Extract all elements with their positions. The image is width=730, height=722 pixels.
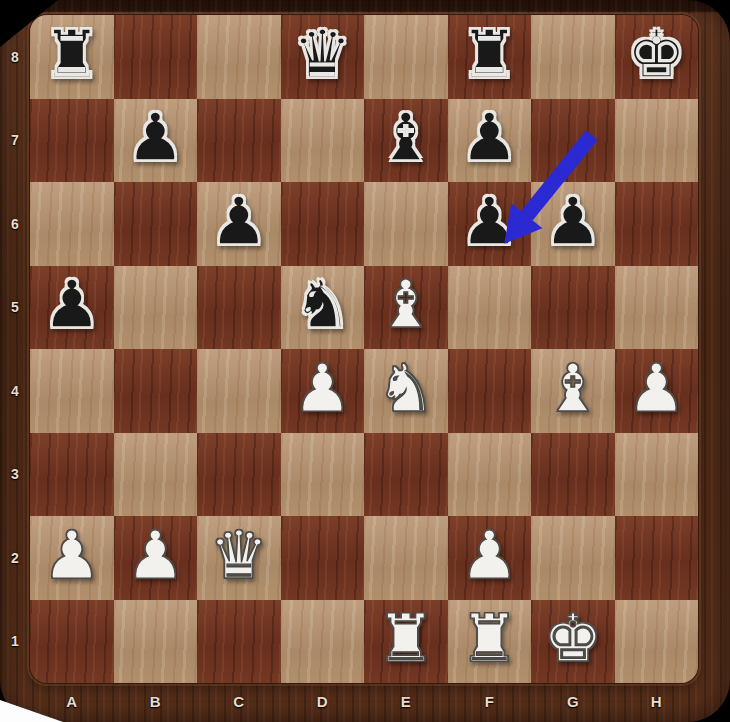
square-h6[interactable]	[615, 182, 699, 266]
square-f6[interactable]: ♟	[448, 182, 532, 266]
square-b7[interactable]: ♟	[114, 99, 198, 183]
square-h5[interactable]	[615, 266, 699, 350]
rank-label-4: 4	[0, 349, 30, 433]
square-h2[interactable]	[615, 516, 699, 600]
square-h7[interactable]	[615, 99, 699, 183]
rank-labels: 87654321	[0, 15, 30, 683]
piece-black-rook-a8[interactable]: ♜	[42, 22, 101, 88]
square-g1[interactable]: ♚	[531, 600, 615, 684]
file-label-d: D	[281, 683, 365, 719]
square-b3[interactable]	[114, 433, 198, 517]
square-a1[interactable]	[30, 600, 114, 684]
piece-white-pawn-f2[interactable]: ♟	[460, 523, 519, 589]
square-g8[interactable]	[531, 15, 615, 99]
square-e8[interactable]	[364, 15, 448, 99]
piece-white-knight-e4[interactable]: ♞	[376, 356, 435, 422]
square-g4[interactable]: ♝	[531, 349, 615, 433]
rank-label-1: 1	[0, 600, 30, 684]
file-label-a: A	[30, 683, 114, 719]
square-c7[interactable]	[197, 99, 281, 183]
square-g5[interactable]	[531, 266, 615, 350]
square-f4[interactable]	[448, 349, 532, 433]
square-e3[interactable]	[364, 433, 448, 517]
square-a3[interactable]	[30, 433, 114, 517]
rank-label-7: 7	[0, 99, 30, 183]
piece-white-rook-e1[interactable]: ♜	[376, 606, 435, 672]
square-h1[interactable]	[615, 600, 699, 684]
square-g6[interactable]: ♟	[531, 182, 615, 266]
piece-black-queen-d8[interactable]: ♛	[293, 22, 352, 88]
piece-black-pawn-f6[interactable]: ♟	[460, 189, 519, 255]
square-b2[interactable]: ♟	[114, 516, 198, 600]
piece-black-bishop-e7[interactable]: ♝	[376, 105, 435, 171]
piece-white-pawn-h4[interactable]: ♟	[627, 356, 686, 422]
file-label-e: E	[364, 683, 448, 719]
square-d1[interactable]	[281, 600, 365, 684]
piece-white-pawn-b2[interactable]: ♟	[126, 523, 185, 589]
square-d4[interactable]: ♟	[281, 349, 365, 433]
square-b1[interactable]	[114, 600, 198, 684]
piece-black-pawn-b7[interactable]: ♟	[126, 105, 185, 171]
file-label-c: C	[197, 683, 281, 719]
square-f1[interactable]: ♜	[448, 600, 532, 684]
rank-label-2: 2	[0, 516, 30, 600]
square-b5[interactable]	[114, 266, 198, 350]
file-label-b: B	[114, 683, 198, 719]
file-label-f: F	[448, 683, 532, 719]
square-b8[interactable]	[114, 15, 198, 99]
piece-white-king-g1[interactable]: ♚	[543, 606, 602, 672]
square-c6[interactable]: ♟	[197, 182, 281, 266]
square-h3[interactable]	[615, 433, 699, 517]
square-d3[interactable]	[281, 433, 365, 517]
square-a6[interactable]	[30, 182, 114, 266]
square-h4[interactable]: ♟	[615, 349, 699, 433]
piece-black-pawn-a5[interactable]: ♟	[42, 272, 101, 338]
square-f7[interactable]: ♟	[448, 99, 532, 183]
square-g2[interactable]	[531, 516, 615, 600]
square-e6[interactable]	[364, 182, 448, 266]
square-c2[interactable]: ♛	[197, 516, 281, 600]
square-e2[interactable]	[364, 516, 448, 600]
square-f3[interactable]	[448, 433, 532, 517]
square-c8[interactable]	[197, 15, 281, 99]
square-b4[interactable]	[114, 349, 198, 433]
square-c5[interactable]	[197, 266, 281, 350]
piece-black-king-h8[interactable]: ♚	[627, 22, 686, 88]
square-d7[interactable]	[281, 99, 365, 183]
rank-label-3: 3	[0, 433, 30, 517]
piece-white-queen-c2[interactable]: ♛	[209, 523, 268, 589]
square-g7[interactable]	[531, 99, 615, 183]
file-label-h: H	[615, 683, 699, 719]
piece-white-rook-f1[interactable]: ♜	[460, 606, 519, 672]
square-e7[interactable]: ♝	[364, 99, 448, 183]
piece-white-pawn-a2[interactable]: ♟	[42, 523, 101, 589]
piece-black-rook-f8[interactable]: ♜	[460, 22, 519, 88]
chess-app-screenshot: 87654321 ABCDEFGH ♜♛♜♚♟♝♟♟♟♟♟♞♝♟♞♝♟♟♟♛♟♜…	[0, 0, 730, 722]
square-a7[interactable]	[30, 99, 114, 183]
square-e5[interactable]: ♝	[364, 266, 448, 350]
square-b6[interactable]	[114, 182, 198, 266]
square-a4[interactable]	[30, 349, 114, 433]
square-d5[interactable]: ♞	[281, 266, 365, 350]
square-d8[interactable]: ♛	[281, 15, 365, 99]
square-c4[interactable]	[197, 349, 281, 433]
rank-label-5: 5	[0, 266, 30, 350]
rank-label-6: 6	[0, 182, 30, 266]
piece-black-pawn-f7[interactable]: ♟	[460, 105, 519, 171]
square-g3[interactable]	[531, 433, 615, 517]
chess-board: ♜♛♜♚♟♝♟♟♟♟♟♞♝♟♞♝♟♟♟♛♟♜♜♚	[30, 15, 698, 683]
square-e4[interactable]: ♞	[364, 349, 448, 433]
square-d6[interactable]	[281, 182, 365, 266]
square-e1[interactable]: ♜	[364, 600, 448, 684]
square-c3[interactable]	[197, 433, 281, 517]
piece-black-knight-d5[interactable]: ♞	[293, 272, 352, 338]
file-label-g: G	[531, 683, 615, 719]
square-d2[interactable]	[281, 516, 365, 600]
piece-black-pawn-c6[interactable]: ♟	[209, 189, 268, 255]
square-f8[interactable]: ♜	[448, 15, 532, 99]
square-a8[interactable]: ♜	[30, 15, 114, 99]
piece-black-pawn-g6[interactable]: ♟	[543, 189, 602, 255]
file-labels: ABCDEFGH	[30, 683, 698, 719]
square-c1[interactable]	[197, 600, 281, 684]
square-f5[interactable]	[448, 266, 532, 350]
square-a5[interactable]: ♟	[30, 266, 114, 350]
square-h8[interactable]: ♚	[615, 15, 699, 99]
square-f2[interactable]: ♟	[448, 516, 532, 600]
square-a2[interactable]: ♟	[30, 516, 114, 600]
piece-white-bishop-g4[interactable]: ♝	[543, 356, 602, 422]
piece-white-bishop-e5[interactable]: ♝	[376, 272, 435, 338]
piece-white-pawn-d4[interactable]: ♟	[293, 356, 352, 422]
